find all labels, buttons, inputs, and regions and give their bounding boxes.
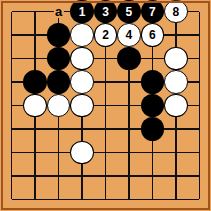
intersection-g7 — [141, 141, 164, 164]
black-stone — [23, 70, 46, 93]
intersection-g4 — [141, 70, 164, 93]
black-stone-move-1: 1 — [70, 0, 93, 23]
intersection-g2: 6 — [141, 23, 164, 46]
intersection-h7 — [164, 141, 187, 164]
intersection-d4 — [70, 70, 93, 93]
intersection-e9 — [94, 188, 117, 211]
intersection-b7 — [23, 141, 46, 164]
intersection-d3 — [70, 47, 93, 70]
move-number: 5 — [126, 5, 133, 17]
intersection-d7 — [70, 141, 93, 164]
intersection-h9 — [164, 188, 187, 211]
intersection-g8 — [141, 164, 164, 187]
intersection-a4 — [0, 70, 23, 93]
intersection-c7 — [47, 141, 70, 164]
intersection-g5 — [141, 94, 164, 117]
intersection-c3 — [47, 47, 70, 70]
black-stone-move-7: 7 — [141, 0, 164, 23]
white-stone — [70, 70, 93, 93]
intersection-f8 — [117, 164, 140, 187]
intersection-b6 — [23, 117, 46, 140]
intersection-b5 — [23, 94, 46, 117]
intersection-f2: 4 — [117, 23, 140, 46]
intersection-d9 — [70, 188, 93, 211]
intersection-a3 — [0, 47, 23, 70]
white-stone — [164, 94, 187, 117]
intersection-e3 — [94, 47, 117, 70]
intersection-e7 — [94, 141, 117, 164]
intersection-h8 — [164, 164, 187, 187]
intersection-c4 — [47, 70, 70, 93]
intersection-c1: a — [47, 0, 70, 23]
black-stone — [141, 70, 164, 93]
go-board: a13578246 — [0, 0, 211, 211]
black-stone — [141, 94, 164, 117]
intersection-h2 — [164, 23, 187, 46]
intersection-f9 — [117, 188, 140, 211]
intersection-b3 — [23, 47, 46, 70]
black-stone — [47, 23, 70, 46]
move-number: 3 — [102, 5, 109, 17]
intersection-c9 — [47, 188, 70, 211]
intersection-f3 — [117, 47, 140, 70]
intersection-g9 — [141, 188, 164, 211]
black-stone-move-5: 5 — [117, 0, 140, 23]
intersection-b8 — [23, 164, 46, 187]
intersection-f4 — [117, 70, 140, 93]
intersection-i2 — [188, 23, 211, 46]
move-number: 8 — [172, 5, 179, 17]
intersection-d1: 1 — [70, 0, 93, 23]
intersection-h3 — [164, 47, 187, 70]
intersection-c5 — [47, 94, 70, 117]
intersection-e6 — [94, 117, 117, 140]
white-stone — [164, 70, 187, 93]
move-number: 2 — [102, 29, 109, 41]
intersection-e5 — [94, 94, 117, 117]
white-stone — [70, 141, 93, 164]
intersection-c2 — [47, 23, 70, 46]
intersection-a9 — [0, 188, 23, 211]
intersection-g1: 7 — [141, 0, 164, 23]
white-stone — [70, 23, 93, 46]
intersection-a2 — [0, 23, 23, 46]
black-stone — [141, 117, 164, 140]
white-stone — [47, 94, 70, 117]
intersection-i7 — [188, 141, 211, 164]
move-number: 1 — [79, 5, 86, 17]
intersection-g3 — [141, 47, 164, 70]
intersection-b9 — [23, 188, 46, 211]
intersection-i6 — [188, 117, 211, 140]
black-stone — [47, 70, 70, 93]
intersection-d6 — [70, 117, 93, 140]
intersection-f1: 5 — [117, 0, 140, 23]
white-stone — [70, 94, 93, 117]
intersection-g6 — [141, 117, 164, 140]
intersection-a7 — [0, 141, 23, 164]
point-label-a: a — [53, 5, 63, 18]
intersection-b2 — [23, 23, 46, 46]
intersection-e2: 2 — [94, 23, 117, 46]
intersection-a6 — [0, 117, 23, 140]
intersection-i8 — [188, 164, 211, 187]
intersection-i4 — [188, 70, 211, 93]
intersection-e4 — [94, 70, 117, 93]
intersection-a8 — [0, 164, 23, 187]
intersection-c8 — [47, 164, 70, 187]
move-number: 6 — [149, 29, 156, 41]
intersection-f5 — [117, 94, 140, 117]
intersection-c6 — [47, 117, 70, 140]
intersection-b4 — [23, 70, 46, 93]
intersection-a1 — [0, 0, 23, 23]
go-diagram: a13578246 — [0, 0, 211, 211]
black-stone-move-3: 3 — [94, 0, 117, 23]
intersection-b1 — [23, 0, 46, 23]
white-stone — [23, 94, 46, 117]
black-stone — [47, 47, 70, 70]
move-number: 7 — [149, 5, 156, 17]
white-stone — [164, 47, 187, 70]
intersection-h1: 8 — [164, 0, 187, 23]
white-stone-move-8: 8 — [164, 0, 187, 23]
intersection-f6 — [117, 117, 140, 140]
intersection-h4 — [164, 70, 187, 93]
black-stone — [117, 47, 140, 70]
white-stone-move-6: 6 — [141, 23, 164, 46]
intersection-d2 — [70, 23, 93, 46]
intersection-i3 — [188, 47, 211, 70]
intersection-a5 — [0, 94, 23, 117]
intersection-i5 — [188, 94, 211, 117]
intersection-e1: 3 — [94, 0, 117, 23]
intersection-i1 — [188, 0, 211, 23]
white-stone-move-4: 4 — [117, 23, 140, 46]
move-number: 4 — [126, 29, 133, 41]
intersection-f7 — [117, 141, 140, 164]
intersection-d8 — [70, 164, 93, 187]
intersection-d5 — [70, 94, 93, 117]
intersection-i9 — [188, 188, 211, 211]
intersection-e8 — [94, 164, 117, 187]
white-stone-move-2: 2 — [94, 23, 117, 46]
white-stone — [70, 47, 93, 70]
intersection-h5 — [164, 94, 187, 117]
intersection-h6 — [164, 117, 187, 140]
